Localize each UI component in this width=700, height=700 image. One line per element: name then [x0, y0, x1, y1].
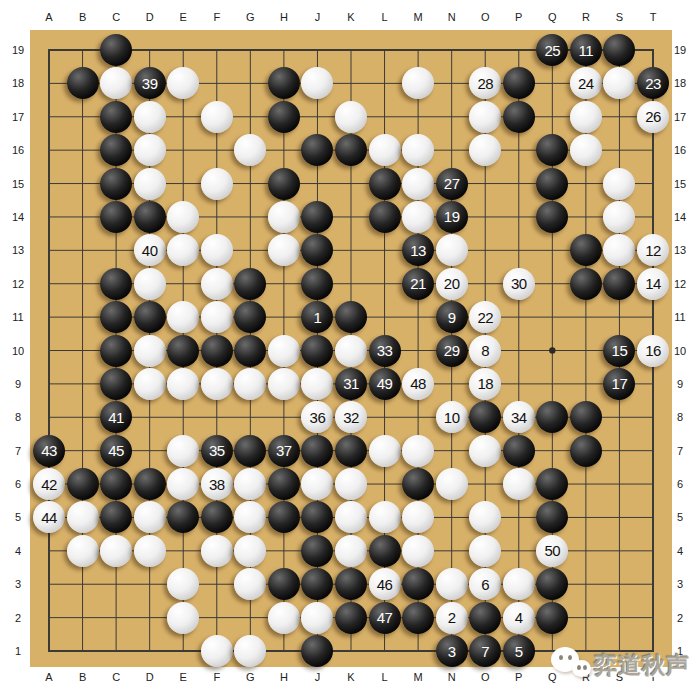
left-row-label-14: 14 [12, 211, 24, 223]
move-number: 24 [578, 76, 594, 91]
stone-C15-black[interactable] [100, 168, 132, 200]
stone-G3-white[interactable] [234, 568, 266, 600]
right-row-label-14: 14 [674, 211, 686, 223]
move-number: 7 [481, 644, 489, 659]
stone-J14-black[interactable] [301, 201, 333, 233]
move-number: 16 [645, 343, 661, 358]
stone-D14-black[interactable] [134, 201, 166, 233]
bottom-col-label-P: P [515, 671, 522, 683]
stone-M16-white[interactable] [402, 134, 434, 166]
stone-C17-black[interactable] [100, 101, 132, 133]
stone-L2-black[interactable]: 47 [369, 602, 401, 634]
stone-B18-black[interactable] [67, 67, 99, 99]
top-col-label-R: R [582, 11, 590, 23]
right-row-label-7: 7 [677, 445, 683, 457]
stone-Q19-black[interactable]: 25 [536, 34, 568, 66]
stone-K17-white[interactable] [335, 101, 367, 133]
stone-N11-black[interactable]: 9 [436, 301, 468, 333]
bottom-col-label-K: K [347, 671, 354, 683]
move-number: 43 [41, 443, 57, 458]
stone-L4-black[interactable] [369, 535, 401, 567]
stone-K10-white[interactable] [335, 335, 367, 367]
stone-C8-black[interactable]: 41 [100, 401, 132, 433]
bottom-col-label-D: D [146, 671, 154, 683]
stone-N2-white[interactable]: 2 [436, 602, 468, 634]
move-number: 5 [515, 644, 523, 659]
left-row-label-19: 19 [12, 44, 24, 56]
stone-E11-white[interactable] [167, 301, 199, 333]
stone-J10-black[interactable] [301, 335, 333, 367]
move-number: 8 [481, 343, 489, 358]
stone-B5-white[interactable] [67, 501, 99, 533]
stone-N8-white[interactable]: 10 [436, 401, 468, 433]
stone-B6-black[interactable] [67, 468, 99, 500]
stone-O1-black[interactable]: 7 [469, 635, 501, 667]
left-row-label-16: 16 [12, 144, 24, 156]
move-number: 23 [645, 76, 661, 91]
stone-J2-white[interactable] [301, 602, 333, 634]
left-row-label-13: 13 [12, 244, 24, 256]
move-number: 2 [448, 610, 456, 625]
stone-P3-white[interactable] [503, 568, 535, 600]
stone-A5-white[interactable]: 44 [33, 501, 65, 533]
right-row-label-3: 3 [677, 578, 683, 590]
bottom-col-label-A: A [45, 671, 52, 683]
move-number: 4 [515, 610, 523, 625]
top-col-label-M: M [414, 11, 423, 23]
move-number: 39 [142, 76, 158, 91]
left-row-label-6: 6 [15, 478, 21, 490]
move-number: 37 [276, 443, 292, 458]
left-row-label-8: 8 [15, 411, 21, 423]
stone-T17-white[interactable]: 26 [637, 101, 669, 133]
stone-D18-black[interactable]: 39 [134, 67, 166, 99]
stone-S13-white[interactable] [603, 234, 635, 266]
stone-P7-black[interactable] [503, 435, 535, 467]
stone-R17-white[interactable] [570, 101, 602, 133]
stone-L5-white[interactable] [369, 501, 401, 533]
stone-D13-white[interactable]: 40 [134, 234, 166, 266]
move-number: 12 [645, 243, 661, 258]
stone-D4-white[interactable] [134, 535, 166, 567]
stone-C11-black[interactable] [100, 301, 132, 333]
move-number: 34 [511, 410, 527, 425]
stone-P8-white[interactable]: 34 [503, 401, 535, 433]
stone-S18-white[interactable] [603, 67, 635, 99]
stone-E5-black[interactable] [167, 501, 199, 533]
stone-F6-white[interactable]: 38 [201, 468, 233, 500]
stone-Q8-black[interactable] [536, 401, 568, 433]
stone-Q4-white[interactable]: 50 [536, 535, 568, 567]
stone-D16-white[interactable] [134, 134, 166, 166]
stone-M12-black[interactable]: 21 [402, 268, 434, 300]
stone-K7-black[interactable] [335, 435, 367, 467]
right-row-label-5: 5 [677, 511, 683, 523]
stone-Q15-black[interactable] [536, 168, 568, 200]
left-row-label-11: 11 [12, 311, 23, 323]
stone-F4-white[interactable] [201, 535, 233, 567]
right-row-label-12: 12 [674, 278, 686, 290]
move-number: 15 [612, 343, 628, 358]
move-number: 32 [343, 410, 359, 425]
stone-R16-white[interactable] [570, 134, 602, 166]
stone-T13-white[interactable]: 12 [637, 234, 669, 266]
stone-J8-white[interactable]: 36 [301, 401, 333, 433]
stone-H3-black[interactable] [268, 568, 300, 600]
go-diagram: AABBCCDDEEFFGGHHJJKKLLMMNNOOPPQQRRSSTT19… [0, 0, 700, 700]
move-number: 48 [410, 376, 426, 391]
stone-H7-black[interactable]: 37 [268, 435, 300, 467]
stone-F17-white[interactable] [201, 101, 233, 133]
stone-M2-black[interactable] [402, 602, 434, 634]
stone-E13-white[interactable] [167, 234, 199, 266]
stone-G4-white[interactable] [234, 535, 266, 567]
stone-M3-black[interactable] [402, 568, 434, 600]
stone-P2-white[interactable]: 4 [503, 602, 535, 634]
top-col-label-L: L [381, 11, 387, 23]
stone-T18-black[interactable]: 23 [637, 67, 669, 99]
stone-C4-white[interactable] [100, 535, 132, 567]
left-row-label-15: 15 [12, 178, 24, 190]
stone-J6-white[interactable] [301, 468, 333, 500]
top-col-label-J: J [315, 11, 321, 23]
stone-G6-white[interactable] [234, 468, 266, 500]
move-number: 1 [314, 310, 322, 325]
stone-Q5-black[interactable] [536, 501, 568, 533]
stone-H17-black[interactable] [268, 101, 300, 133]
move-number: 38 [209, 477, 225, 492]
stone-O5-white[interactable] [469, 501, 501, 533]
move-number: 17 [612, 376, 628, 391]
stone-H9-white[interactable] [268, 368, 300, 400]
right-row-label-6: 6 [677, 478, 683, 490]
stone-M9-white[interactable]: 48 [402, 368, 434, 400]
stone-N10-black[interactable]: 29 [436, 335, 468, 367]
stone-K2-black[interactable] [335, 602, 367, 634]
stone-N1-black[interactable]: 3 [436, 635, 468, 667]
top-col-label-P: P [515, 11, 522, 23]
stone-K9-black[interactable]: 31 [335, 368, 367, 400]
left-row-label-17: 17 [12, 111, 24, 123]
stone-D5-white[interactable] [134, 501, 166, 533]
stone-C9-black[interactable] [100, 368, 132, 400]
move-number: 35 [209, 443, 225, 458]
move-number: 11 [579, 43, 594, 58]
top-col-label-Q: Q [548, 11, 557, 23]
stone-H10-white[interactable] [268, 335, 300, 367]
stone-G7-black[interactable] [234, 435, 266, 467]
move-number: 6 [481, 577, 489, 592]
stone-K5-white[interactable] [335, 501, 367, 533]
stone-J7-black[interactable] [301, 435, 333, 467]
stone-N12-white[interactable]: 20 [436, 268, 468, 300]
right-row-label-15: 15 [674, 178, 686, 190]
bottom-col-label-E: E [180, 671, 187, 683]
stone-L14-black[interactable] [369, 201, 401, 233]
top-col-label-O: O [481, 11, 490, 23]
move-number: 36 [310, 410, 326, 425]
stone-P12-white[interactable]: 30 [503, 268, 535, 300]
top-col-label-T: T [650, 11, 657, 23]
stone-F1-white[interactable] [201, 635, 233, 667]
stone-C10-black[interactable] [100, 335, 132, 367]
move-number: 10 [444, 410, 460, 425]
stone-N6-white[interactable] [436, 468, 468, 500]
stone-Q3-black[interactable] [536, 568, 568, 600]
stone-J3-black[interactable] [301, 568, 333, 600]
right-row-label-18: 18 [674, 77, 686, 89]
stone-O3-white[interactable]: 6 [469, 568, 501, 600]
stone-J18-white[interactable] [301, 67, 333, 99]
move-number: 18 [477, 376, 493, 391]
stone-D17-white[interactable] [134, 101, 166, 133]
right-row-label-2: 2 [677, 612, 683, 624]
left-row-label-18: 18 [12, 77, 24, 89]
stone-M14-white[interactable] [402, 201, 434, 233]
top-col-label-N: N [448, 11, 456, 23]
stone-C7-black[interactable]: 45 [100, 435, 132, 467]
move-number: 27 [444, 176, 460, 191]
wechat-bubbles-icon [548, 644, 594, 686]
stone-Q16-black[interactable] [536, 134, 568, 166]
stone-O16-white[interactable] [469, 134, 501, 166]
stone-J16-black[interactable] [301, 134, 333, 166]
stone-M4-white[interactable] [402, 535, 434, 567]
stone-G12-black[interactable] [234, 268, 266, 300]
move-number: 45 [108, 443, 124, 458]
stone-G5-white[interactable] [234, 501, 266, 533]
move-number: 41 [108, 410, 124, 425]
stone-D12-white[interactable] [134, 268, 166, 300]
stone-M13-black[interactable]: 13 [402, 234, 434, 266]
stone-E9-white[interactable] [167, 368, 199, 400]
left-row-label-3: 3 [15, 578, 21, 590]
left-row-label-1: 1 [15, 645, 21, 657]
stone-O18-white[interactable]: 28 [469, 67, 501, 99]
stone-H13-white[interactable] [268, 234, 300, 266]
stone-K6-white[interactable] [335, 468, 367, 500]
stone-M5-white[interactable] [402, 501, 434, 533]
stone-O2-black[interactable] [469, 602, 501, 634]
stone-H6-black[interactable] [268, 468, 300, 500]
stone-K11-black[interactable] [335, 301, 367, 333]
stone-A6-white[interactable]: 42 [33, 468, 65, 500]
stone-E14-white[interactable] [167, 201, 199, 233]
stone-D10-white[interactable] [134, 335, 166, 367]
stone-T12-white[interactable]: 14 [637, 268, 669, 300]
move-number: 26 [645, 109, 661, 124]
stone-Q6-black[interactable] [536, 468, 568, 500]
stone-F11-white[interactable] [201, 301, 233, 333]
stone-F7-black[interactable]: 35 [201, 435, 233, 467]
watermark-text: 弈道秋声 [594, 650, 690, 681]
move-number: 21 [410, 276, 426, 291]
stone-J5-black[interactable] [301, 501, 333, 533]
stone-E6-white[interactable] [167, 468, 199, 500]
stone-L7-white[interactable] [369, 435, 401, 467]
stone-A7-black[interactable]: 43 [33, 435, 65, 467]
move-number: 49 [377, 376, 393, 391]
stone-R8-black[interactable] [570, 401, 602, 433]
stone-O10-white[interactable]: 8 [469, 335, 501, 367]
stone-E7-white[interactable] [167, 435, 199, 467]
stone-C6-black[interactable] [100, 468, 132, 500]
stone-C14-black[interactable] [100, 201, 132, 233]
stone-H2-white[interactable] [268, 602, 300, 634]
move-number: 40 [142, 243, 158, 258]
move-number: 22 [477, 310, 493, 325]
bottom-col-label-H: H [280, 671, 288, 683]
stone-H15-black[interactable] [268, 168, 300, 200]
stone-O9-white[interactable]: 18 [469, 368, 501, 400]
stone-J12-black[interactable] [301, 268, 333, 300]
stone-C12-black[interactable] [100, 268, 132, 300]
top-col-label-A: A [45, 11, 52, 23]
stone-M6-black[interactable] [402, 468, 434, 500]
stone-H18-black[interactable] [268, 67, 300, 99]
stone-C5-black[interactable] [100, 501, 132, 533]
left-row-label-4: 4 [15, 545, 21, 557]
stone-N14-black[interactable]: 19 [436, 201, 468, 233]
bottom-col-label-F: F [213, 671, 220, 683]
stone-L15-black[interactable] [369, 168, 401, 200]
stone-F9-white[interactable] [201, 368, 233, 400]
stone-J4-black[interactable] [301, 535, 333, 567]
stone-O17-white[interactable] [469, 101, 501, 133]
stone-P18-black[interactable] [503, 67, 535, 99]
stone-F5-black[interactable] [201, 501, 233, 533]
stone-J1-black[interactable] [301, 635, 333, 667]
stone-S19-black[interactable] [603, 34, 635, 66]
stone-S15-white[interactable] [603, 168, 635, 200]
stone-G16-white[interactable] [234, 134, 266, 166]
right-row-label-11: 11 [674, 311, 685, 323]
stone-C19-black[interactable] [100, 34, 132, 66]
stone-K16-black[interactable] [335, 134, 367, 166]
top-col-label-K: K [347, 11, 354, 23]
right-row-label-4: 4 [677, 545, 683, 557]
stone-E18-white[interactable] [167, 67, 199, 99]
bottom-col-label-L: L [381, 671, 387, 683]
stone-K8-white[interactable]: 32 [335, 401, 367, 433]
stone-R19-black[interactable]: 11 [570, 34, 602, 66]
right-row-label-17: 17 [674, 111, 686, 123]
right-row-label-8: 8 [677, 411, 683, 423]
stone-L10-black[interactable]: 33 [369, 335, 401, 367]
stone-M7-white[interactable] [402, 435, 434, 467]
move-number: 29 [444, 343, 460, 358]
stone-O11-white[interactable]: 22 [469, 301, 501, 333]
stone-K3-black[interactable] [335, 568, 367, 600]
stone-G10-black[interactable] [234, 335, 266, 367]
stone-S14-white[interactable] [603, 201, 635, 233]
stone-R12-black[interactable] [570, 268, 602, 300]
move-number: 25 [544, 43, 560, 58]
stone-O4-white[interactable] [469, 535, 501, 567]
stone-C16-black[interactable] [100, 134, 132, 166]
stone-O7-white[interactable] [469, 435, 501, 467]
bottom-col-label-J: J [315, 671, 321, 683]
top-col-label-B: B [79, 11, 86, 23]
bottom-col-label-N: N [448, 671, 456, 683]
stone-L3-white[interactable]: 46 [369, 568, 401, 600]
stone-F15-white[interactable] [201, 168, 233, 200]
stone-D11-black[interactable] [134, 301, 166, 333]
stone-S9-black[interactable]: 17 [603, 368, 635, 400]
move-number: 44 [41, 510, 57, 525]
top-col-label-H: H [280, 11, 288, 23]
bottom-col-label-M: M [414, 671, 423, 683]
left-row-label-5: 5 [15, 511, 21, 523]
stone-E2-white[interactable] [167, 602, 199, 634]
move-number: 28 [477, 76, 493, 91]
move-number: 14 [645, 276, 661, 291]
stone-G11-black[interactable] [234, 301, 266, 333]
stone-Q14-black[interactable] [536, 201, 568, 233]
top-col-label-D: D [146, 11, 154, 23]
move-number: 42 [41, 477, 57, 492]
stone-O8-black[interactable] [469, 401, 501, 433]
stone-D6-black[interactable] [134, 468, 166, 500]
stone-R18-white[interactable]: 24 [570, 67, 602, 99]
stone-E10-black[interactable] [167, 335, 199, 367]
stone-D15-white[interactable] [134, 168, 166, 200]
stone-R7-black[interactable] [570, 435, 602, 467]
right-row-label-19: 19 [674, 44, 686, 56]
bottom-col-label-G: G [246, 671, 255, 683]
stone-F13-white[interactable] [201, 234, 233, 266]
stone-D9-white[interactable] [134, 368, 166, 400]
stone-P6-white[interactable] [503, 468, 535, 500]
stone-J9-white[interactable] [301, 368, 333, 400]
stone-N15-black[interactable]: 27 [436, 168, 468, 200]
stone-R13-black[interactable] [570, 234, 602, 266]
move-number: 46 [377, 577, 393, 592]
move-number: 19 [444, 209, 460, 224]
stone-L9-black[interactable]: 49 [369, 368, 401, 400]
left-row-label-9: 9 [15, 378, 21, 390]
move-number: 3 [448, 644, 456, 659]
move-number: 33 [377, 343, 393, 358]
stone-G9-white[interactable] [234, 368, 266, 400]
stone-B4-white[interactable] [67, 535, 99, 567]
stone-H5-black[interactable] [268, 501, 300, 533]
stone-Q2-black[interactable] [536, 602, 568, 634]
stone-K4-white[interactable] [335, 535, 367, 567]
stone-N3-white[interactable] [436, 568, 468, 600]
stone-P17-black[interactable] [503, 101, 535, 133]
stone-N13-white[interactable] [436, 234, 468, 266]
stone-H14-white[interactable] [268, 201, 300, 233]
top-col-label-C: C [112, 11, 120, 23]
stone-J11-black[interactable]: 1 [301, 301, 333, 333]
stone-T10-white[interactable]: 16 [637, 335, 669, 367]
stone-F10-black[interactable] [201, 335, 233, 367]
stone-P1-black[interactable]: 5 [503, 635, 535, 667]
stone-C18-white[interactable] [100, 67, 132, 99]
move-number: 50 [544, 543, 560, 558]
stone-G1-white[interactable] [234, 635, 266, 667]
stone-L16-white[interactable] [369, 134, 401, 166]
stone-M15-white[interactable] [402, 168, 434, 200]
stone-J13-black[interactable] [301, 234, 333, 266]
stone-M18-white[interactable] [402, 67, 434, 99]
stone-F12-white[interactable] [201, 268, 233, 300]
stone-S10-black[interactable]: 15 [603, 335, 635, 367]
stone-E3-white[interactable] [167, 568, 199, 600]
move-number: 30 [511, 276, 527, 291]
stone-S12-black[interactable] [603, 268, 635, 300]
